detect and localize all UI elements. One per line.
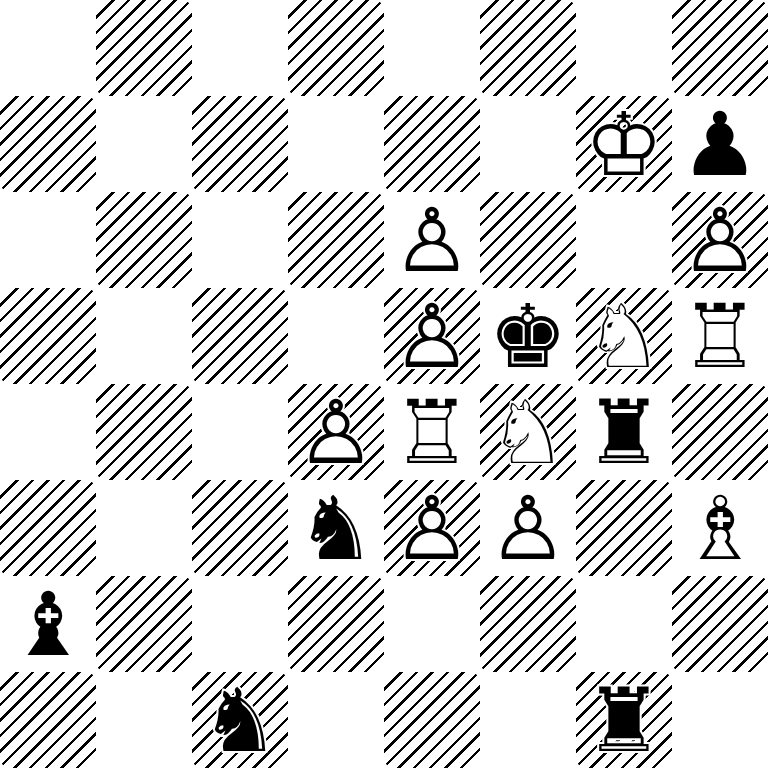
square-d6[interactable] xyxy=(288,192,384,288)
square-g3[interactable] xyxy=(576,480,672,576)
black-bishop-glyph: ♝ xyxy=(0,576,96,672)
square-c8[interactable] xyxy=(192,0,288,96)
square-h3[interactable]: ♝♗ xyxy=(672,480,768,576)
square-g6[interactable] xyxy=(576,192,672,288)
square-e7[interactable] xyxy=(384,96,480,192)
square-d1[interactable] xyxy=(288,672,384,768)
piece-black-bishop[interactable]: ♝♝ xyxy=(0,576,96,672)
square-d3[interactable]: ♞♞ xyxy=(288,480,384,576)
square-g4[interactable]: ♜♜ xyxy=(576,384,672,480)
square-f4[interactable]: ♞♘ xyxy=(480,384,576,480)
square-e5[interactable]: ♟♙ xyxy=(384,288,480,384)
white-pawn-glyph: ♙ xyxy=(672,192,768,288)
square-d5[interactable] xyxy=(288,288,384,384)
square-b8[interactable] xyxy=(96,0,192,96)
piece-white-pawn[interactable]: ♟♙ xyxy=(672,192,768,288)
square-b7[interactable] xyxy=(96,96,192,192)
square-e3[interactable]: ♟♙ xyxy=(384,480,480,576)
square-a6[interactable] xyxy=(0,192,96,288)
square-b5[interactable] xyxy=(96,288,192,384)
black-rook-glyph: ♜ xyxy=(576,672,672,768)
black-knight-glyph: ♞ xyxy=(192,672,288,768)
square-f6[interactable] xyxy=(480,192,576,288)
square-a5[interactable] xyxy=(0,288,96,384)
piece-black-knight[interactable]: ♞♞ xyxy=(288,480,384,576)
piece-black-rook[interactable]: ♜♜ xyxy=(576,672,672,768)
white-rook-glyph: ♖ xyxy=(672,288,768,384)
white-pawn-glyph: ♙ xyxy=(480,480,576,576)
piece-white-pawn[interactable]: ♟♙ xyxy=(480,480,576,576)
square-d2[interactable] xyxy=(288,576,384,672)
square-h2[interactable] xyxy=(672,576,768,672)
square-e2[interactable] xyxy=(384,576,480,672)
piece-white-rook[interactable]: ♜♖ xyxy=(384,384,480,480)
square-g7[interactable]: ♚♔ xyxy=(576,96,672,192)
black-pawn-glyph: ♟ xyxy=(672,96,768,192)
black-rook-glyph: ♜ xyxy=(576,384,672,480)
white-knight-glyph: ♘ xyxy=(576,288,672,384)
square-b1[interactable] xyxy=(96,672,192,768)
square-c4[interactable] xyxy=(192,384,288,480)
piece-white-rook[interactable]: ♜♖ xyxy=(672,288,768,384)
square-a2[interactable]: ♝♝ xyxy=(0,576,96,672)
square-b6[interactable] xyxy=(96,192,192,288)
square-e8[interactable] xyxy=(384,0,480,96)
piece-white-pawn[interactable]: ♟♙ xyxy=(384,480,480,576)
square-g1[interactable]: ♜♜ xyxy=(576,672,672,768)
square-a3[interactable] xyxy=(0,480,96,576)
square-c3[interactable] xyxy=(192,480,288,576)
square-f1[interactable] xyxy=(480,672,576,768)
square-g2[interactable] xyxy=(576,576,672,672)
white-bishop-glyph: ♗ xyxy=(672,480,768,576)
square-d4[interactable]: ♟♙ xyxy=(288,384,384,480)
square-f7[interactable] xyxy=(480,96,576,192)
white-knight-glyph: ♘ xyxy=(480,384,576,480)
square-h1[interactable] xyxy=(672,672,768,768)
square-g5[interactable]: ♞♘ xyxy=(576,288,672,384)
square-a1[interactable] xyxy=(0,672,96,768)
square-h7[interactable]: ♟♟ xyxy=(672,96,768,192)
black-king-glyph: ♚ xyxy=(480,288,576,384)
square-c2[interactable] xyxy=(192,576,288,672)
square-h4[interactable] xyxy=(672,384,768,480)
white-rook-glyph: ♖ xyxy=(384,384,480,480)
white-pawn-glyph: ♙ xyxy=(384,192,480,288)
square-a7[interactable] xyxy=(0,96,96,192)
square-f3[interactable]: ♟♙ xyxy=(480,480,576,576)
square-a4[interactable] xyxy=(0,384,96,480)
piece-white-king[interactable]: ♚♔ xyxy=(576,96,672,192)
square-c6[interactable] xyxy=(192,192,288,288)
square-d7[interactable] xyxy=(288,96,384,192)
piece-white-pawn[interactable]: ♟♙ xyxy=(384,288,480,384)
square-e6[interactable]: ♟♙ xyxy=(384,192,480,288)
square-a8[interactable] xyxy=(0,0,96,96)
square-f5[interactable]: ♚♚ xyxy=(480,288,576,384)
white-pawn-glyph: ♙ xyxy=(384,480,480,576)
square-f8[interactable] xyxy=(480,0,576,96)
square-d8[interactable] xyxy=(288,0,384,96)
piece-black-rook[interactable]: ♜♜ xyxy=(576,384,672,480)
piece-white-knight[interactable]: ♞♘ xyxy=(576,288,672,384)
white-king-glyph: ♔ xyxy=(576,96,672,192)
square-b4[interactable] xyxy=(96,384,192,480)
square-h6[interactable]: ♟♙ xyxy=(672,192,768,288)
white-pawn-glyph: ♙ xyxy=(288,384,384,480)
piece-black-pawn[interactable]: ♟♟ xyxy=(672,96,768,192)
piece-white-knight[interactable]: ♞♘ xyxy=(480,384,576,480)
piece-white-bishop[interactable]: ♝♗ xyxy=(672,480,768,576)
piece-black-knight[interactable]: ♞♞ xyxy=(192,672,288,768)
piece-black-king[interactable]: ♚♚ xyxy=(480,288,576,384)
square-b3[interactable] xyxy=(96,480,192,576)
white-pawn-glyph: ♙ xyxy=(384,288,480,384)
chess-board: ♚♔♟♟♟♙♟♙♟♙♚♚♞♘♜♖♟♙♜♖♞♘♜♜♞♞♟♙♟♙♝♗♝♝♞♞♜♜ xyxy=(0,0,768,768)
piece-white-pawn[interactable]: ♟♙ xyxy=(288,384,384,480)
square-h5[interactable]: ♜♖ xyxy=(672,288,768,384)
square-c1[interactable]: ♞♞ xyxy=(192,672,288,768)
piece-white-pawn[interactable]: ♟♙ xyxy=(384,192,480,288)
square-b2[interactable] xyxy=(96,576,192,672)
square-f2[interactable] xyxy=(480,576,576,672)
square-c5[interactable] xyxy=(192,288,288,384)
square-e4[interactable]: ♜♖ xyxy=(384,384,480,480)
square-g8[interactable] xyxy=(576,0,672,96)
square-c7[interactable] xyxy=(192,96,288,192)
square-e1[interactable] xyxy=(384,672,480,768)
square-h8[interactable] xyxy=(672,0,768,96)
black-knight-glyph: ♞ xyxy=(288,480,384,576)
